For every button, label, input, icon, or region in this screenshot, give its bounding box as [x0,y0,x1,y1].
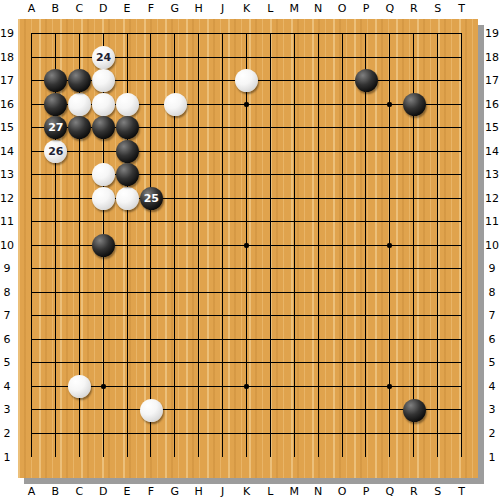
coord-label-bottom-A: A [25,484,39,499]
coord-label-top-T: T [455,1,469,16]
coord-label-bottom-C: C [72,484,86,499]
coord-label-top-B: B [48,1,62,16]
coord-label-right-5: 5 [483,355,500,370]
stone-white-D12[interactable] [92,187,115,210]
coord-label-right-1: 1 [483,450,500,465]
coord-label-bottom-K: K [240,484,254,499]
stone-black-D10[interactable] [92,234,115,257]
go-diagram: 24262725 ABCDEFGHJKLMNOPQRST ABCDEFGHJKL… [0,0,500,500]
stone-black-B17[interactable] [44,69,67,92]
coord-label-right-19: 19 [483,26,500,41]
coord-label-left-2: 2 [0,426,14,441]
stone-black-R3[interactable] [403,399,426,422]
stone-white-G16[interactable] [164,93,187,116]
coord-label-left-1: 1 [0,450,14,465]
coord-label-right-14: 14 [483,144,500,159]
stone-white-D18[interactable]: 24 [92,46,115,69]
stone-white-K17[interactable] [235,69,258,92]
stone-black-B15[interactable]: 27 [44,116,67,139]
coord-label-right-16: 16 [483,97,500,112]
coord-label-right-2: 2 [483,426,500,441]
stone-black-F12[interactable]: 25 [140,187,163,210]
coord-label-bottom-H: H [192,484,206,499]
coord-label-left-10: 10 [0,238,14,253]
move-number-label: 27 [48,122,63,133]
coord-label-right-10: 10 [483,238,500,253]
coord-label-left-8: 8 [0,285,14,300]
coord-label-bottom-D: D [96,484,110,499]
coord-label-top-E: E [120,1,134,16]
coord-label-right-18: 18 [483,50,500,65]
coord-label-bottom-L: L [263,484,277,499]
coord-label-bottom-E: E [120,484,134,499]
coord-label-top-P: P [359,1,373,16]
coord-label-right-7: 7 [483,308,500,323]
coord-label-left-4: 4 [0,379,14,394]
coord-label-bottom-N: N [311,484,325,499]
coord-label-bottom-Q: Q [383,484,397,499]
coord-label-bottom-M: M [287,484,301,499]
coord-label-bottom-P: P [359,484,373,499]
stone-black-E14[interactable] [116,140,139,163]
stone-white-D13[interactable] [92,163,115,186]
coord-label-right-11: 11 [483,214,500,229]
coord-label-top-N: N [311,1,325,16]
coord-label-top-J: J [216,1,230,16]
coord-label-left-9: 9 [0,261,14,276]
coord-label-left-17: 17 [0,73,14,88]
coord-label-right-15: 15 [483,120,500,135]
coord-label-bottom-S: S [431,484,445,499]
coord-label-right-9: 9 [483,261,500,276]
coord-label-left-3: 3 [0,402,14,417]
coord-label-top-O: O [335,1,349,16]
stone-white-D16[interactable] [92,93,115,116]
coord-label-left-7: 7 [0,308,14,323]
coord-label-top-F: F [144,1,158,16]
coord-label-left-16: 16 [0,97,14,112]
coord-label-bottom-G: G [168,484,182,499]
move-number-label: 26 [48,146,63,157]
stone-white-C16[interactable] [68,93,91,116]
stone-black-R16[interactable] [403,93,426,116]
stone-white-C4[interactable] [68,375,91,398]
coord-label-top-S: S [431,1,445,16]
coord-label-right-17: 17 [483,73,500,88]
stone-black-P17[interactable] [355,69,378,92]
coord-label-top-M: M [287,1,301,16]
coord-label-left-13: 13 [0,167,14,182]
coord-label-top-D: D [96,1,110,16]
coord-label-top-Q: Q [383,1,397,16]
coord-label-left-6: 6 [0,332,14,347]
stone-black-C15[interactable] [68,116,91,139]
coord-label-left-19: 19 [0,26,14,41]
goban[interactable]: 24262725 [18,19,478,478]
stone-white-D17[interactable] [92,69,115,92]
coord-label-bottom-F: F [144,484,158,499]
coord-label-left-15: 15 [0,120,14,135]
move-number-label: 24 [96,52,111,63]
coord-label-top-A: A [25,1,39,16]
coord-label-right-6: 6 [483,332,500,347]
coord-label-top-R: R [407,1,421,16]
coord-label-bottom-J: J [216,484,230,499]
coord-label-left-14: 14 [0,144,14,159]
coord-label-bottom-O: O [335,484,349,499]
stone-white-B14[interactable]: 26 [44,140,67,163]
stone-white-F3[interactable] [140,399,163,422]
coord-label-top-H: H [192,1,206,16]
coord-label-top-C: C [72,1,86,16]
coord-label-right-8: 8 [483,285,500,300]
stone-black-D15[interactable] [92,116,115,139]
coord-label-bottom-B: B [48,484,62,499]
coord-label-right-13: 13 [483,167,500,182]
coord-label-left-5: 5 [0,355,14,370]
stone-black-E15[interactable] [116,116,139,139]
coord-label-bottom-T: T [455,484,469,499]
move-number-label: 25 [144,193,159,204]
stone-white-E16[interactable] [116,93,139,116]
coord-label-left-11: 11 [0,214,14,229]
coord-label-bottom-R: R [407,484,421,499]
coord-label-top-G: G [168,1,182,16]
coord-label-top-K: K [240,1,254,16]
stones-grid: 24262725 [20,22,474,469]
coord-label-right-12: 12 [483,191,500,206]
coord-label-left-12: 12 [0,191,14,206]
coord-label-left-18: 18 [0,50,14,65]
stone-black-B16[interactable] [44,93,67,116]
coord-label-right-4: 4 [483,379,500,394]
stone-white-E12[interactable] [116,187,139,210]
stone-black-C17[interactable] [68,69,91,92]
stone-black-E13[interactable] [116,163,139,186]
coord-label-right-3: 3 [483,402,500,417]
coord-label-top-L: L [263,1,277,16]
